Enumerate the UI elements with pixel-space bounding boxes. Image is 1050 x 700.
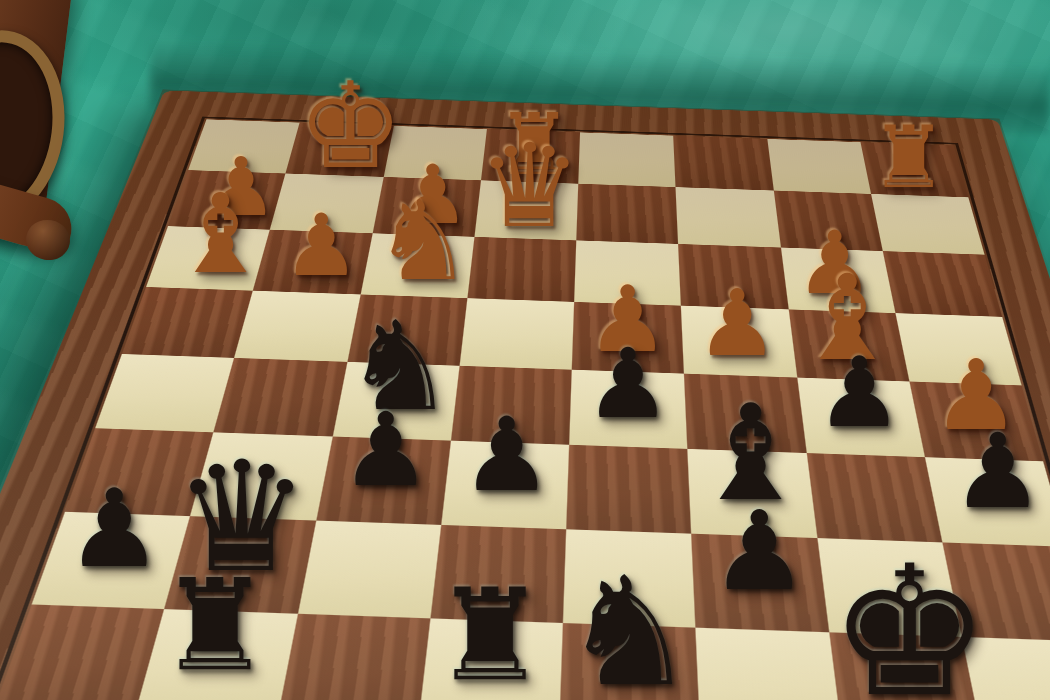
square-e7 (430, 524, 566, 622)
square-h6 (65, 428, 213, 515)
square-g2 (270, 174, 383, 233)
square-a5 (909, 381, 1043, 461)
square-h3 (146, 226, 270, 291)
square-d4 (572, 302, 684, 374)
square-h8 (0, 604, 165, 700)
square-e2 (474, 180, 578, 240)
square-d8 (559, 623, 700, 700)
square-c8 (696, 627, 842, 700)
square-g3 (253, 229, 372, 294)
square-e6 (441, 441, 569, 529)
square-e3 (467, 237, 576, 302)
square-c6 (688, 449, 817, 537)
square-b2 (773, 191, 882, 251)
square-f2 (372, 177, 481, 236)
square-c7 (691, 533, 828, 632)
square-g5 (214, 358, 347, 437)
square-b6 (806, 453, 942, 542)
square-e8 (418, 618, 563, 700)
square-e4 (459, 298, 574, 370)
square-a2 (871, 194, 985, 254)
square-g1 (286, 123, 394, 177)
square-g4 (234, 291, 360, 362)
square-h5 (95, 354, 234, 433)
square-a1 (860, 142, 968, 197)
square-f5 (332, 362, 459, 441)
square-f7 (297, 520, 441, 618)
square-d3 (574, 240, 681, 305)
square-f8 (277, 613, 431, 700)
square-c5 (684, 374, 806, 454)
square-f4 (347, 294, 467, 366)
square-d5 (569, 370, 688, 449)
square-a6 (925, 457, 1050, 546)
square-f3 (360, 233, 474, 298)
square-h7 (32, 511, 191, 609)
square-e1 (481, 129, 580, 184)
board-frame (0, 90, 1050, 700)
square-b3 (780, 247, 895, 313)
square-a4 (895, 313, 1021, 385)
square-h2 (168, 170, 286, 229)
chess-board (0, 90, 1050, 700)
square-c3 (678, 244, 788, 310)
square-f1 (383, 126, 486, 181)
square-g8 (135, 609, 297, 700)
square-c1 (673, 136, 773, 191)
square-h1 (188, 119, 300, 173)
square-d6 (566, 445, 691, 533)
square-h4 (122, 287, 253, 358)
square-a8 (961, 637, 1050, 700)
square-b4 (788, 309, 909, 381)
square-d7 (563, 529, 696, 628)
square-d2 (576, 184, 678, 244)
square-c4 (681, 305, 797, 377)
square-b8 (829, 632, 984, 700)
square-c2 (676, 187, 781, 247)
square-a3 (882, 251, 1002, 317)
square-b1 (767, 139, 871, 194)
square-g7 (165, 516, 316, 614)
square-b5 (797, 378, 925, 458)
square-b7 (817, 538, 962, 637)
playing-area (0, 119, 1050, 700)
square-d1 (578, 132, 676, 187)
square-e5 (451, 366, 572, 445)
square-g6 (190, 433, 332, 520)
square-f6 (316, 437, 451, 525)
